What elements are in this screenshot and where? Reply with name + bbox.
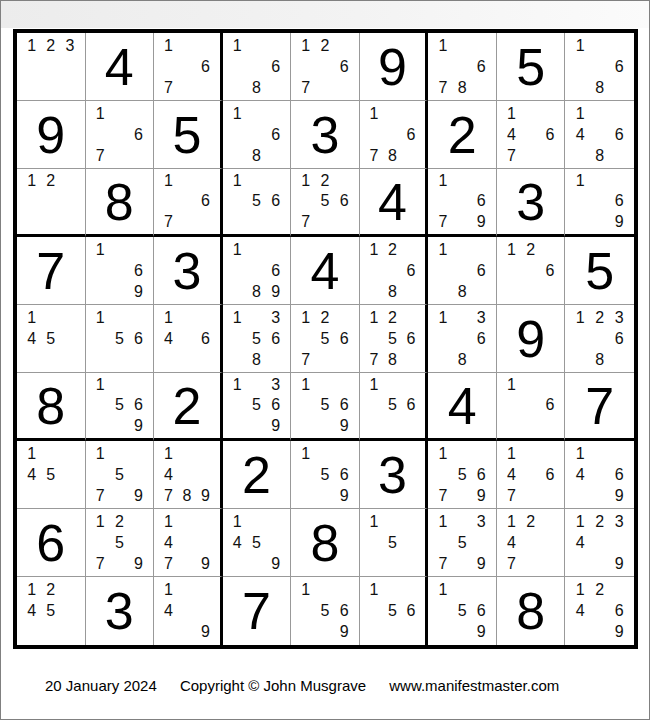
candidate-6: 6 — [540, 260, 559, 281]
cell-r8c6[interactable]: 15 — [360, 509, 429, 577]
candidate-empty — [383, 260, 402, 281]
candidate-empty — [402, 307, 421, 328]
candidate-empty — [110, 349, 129, 370]
cell-r5c3[interactable]: 146 — [154, 305, 223, 373]
candidate-5: 5 — [247, 191, 266, 211]
cell-r2c7[interactable]: 2 — [428, 101, 497, 169]
candidate-marks: 168 — [565, 33, 634, 100]
candidate-empty — [247, 375, 266, 395]
cell-r2c1[interactable]: 9 — [17, 101, 86, 169]
candidate-empty — [228, 349, 247, 370]
cell-r9c7[interactable]: 1569 — [428, 577, 497, 645]
cell-r8c8[interactable]: 1247 — [497, 509, 566, 577]
cell-r3c1[interactable]: 12 — [17, 169, 86, 237]
candidate-2: 2 — [41, 35, 60, 56]
cell-r1c1[interactable]: 123 — [17, 33, 86, 101]
cell-r1c3[interactable]: 167 — [154, 33, 223, 101]
cell-r2c3[interactable]: 5 — [154, 101, 223, 169]
candidate-2: 2 — [590, 511, 610, 532]
candidate-empty — [609, 579, 629, 600]
candidate-empty — [247, 171, 266, 191]
candidate-7: 7 — [433, 77, 452, 98]
candidate-empty — [60, 349, 79, 370]
candidate-empty — [590, 328, 610, 349]
candidate-empty — [110, 103, 129, 124]
candidate-empty — [41, 485, 60, 506]
candidate-5: 5 — [383, 395, 402, 415]
candidate-8: 8 — [383, 281, 402, 302]
cell-r8c3[interactable]: 1479 — [154, 509, 223, 577]
candidate-empty — [228, 553, 247, 574]
candidate-9: 9 — [472, 553, 491, 574]
candidate-1: 1 — [570, 579, 590, 600]
candidate-empty — [540, 511, 559, 532]
candidate-empty — [60, 600, 79, 621]
cell-r8c5[interactable]: 8 — [291, 509, 360, 577]
candidate-empty — [433, 622, 452, 643]
candidate-empty — [228, 260, 247, 281]
candidate-marks: 167 — [154, 169, 220, 234]
candidate-5: 5 — [110, 464, 129, 485]
cell-r1c5[interactable]: 1267 — [291, 33, 360, 101]
candidate-1: 1 — [433, 579, 452, 600]
candidate-empty — [110, 307, 129, 328]
candidate-empty — [178, 622, 197, 643]
candidate-9: 9 — [129, 553, 148, 574]
cell-r8c4[interactable]: 1459 — [223, 509, 292, 577]
candidate-empty — [335, 443, 354, 464]
candidate-empty — [159, 349, 178, 370]
cell-r2c6[interactable]: 1678 — [360, 101, 429, 169]
cell-r9c9[interactable]: 12469 — [565, 577, 634, 645]
candidate-7: 7 — [433, 485, 452, 506]
cell-value: 3 — [378, 449, 407, 501]
candidate-2: 2 — [590, 579, 610, 600]
candidate-empty — [247, 35, 266, 56]
candidate-6: 6 — [609, 56, 629, 77]
candidate-empty — [228, 328, 247, 349]
candidate-empty — [129, 443, 148, 464]
candidate-marks: 1579 — [86, 441, 154, 508]
candidate-6: 6 — [472, 56, 491, 77]
candidate-8: 8 — [178, 485, 197, 506]
cell-r3c5[interactable]: 12567 — [291, 169, 360, 237]
candidate-empty — [196, 579, 215, 600]
candidate-7: 7 — [296, 212, 315, 232]
candidate-empty — [433, 532, 452, 553]
candidate-7: 7 — [91, 553, 110, 574]
candidate-empty — [590, 553, 610, 574]
candidate-empty — [315, 212, 334, 232]
candidate-empty — [540, 239, 559, 260]
cell-value: 9 — [516, 313, 545, 365]
candidate-empty — [178, 532, 197, 553]
candidate-1: 1 — [570, 35, 590, 56]
cell-value: 9 — [36, 109, 65, 161]
candidate-6: 6 — [266, 328, 285, 349]
candidate-empty — [365, 600, 384, 621]
cell-r5c1[interactable]: 145 — [17, 305, 86, 373]
cell-r3c2[interactable]: 8 — [86, 169, 155, 237]
cell-r6c7[interactable]: 4 — [428, 373, 497, 441]
candidate-empty — [266, 239, 285, 260]
candidate-empty — [609, 103, 629, 124]
candidate-empty — [335, 171, 354, 191]
candidate-empty — [433, 464, 452, 485]
cell-r3c7[interactable]: 1679 — [428, 169, 497, 237]
candidate-1: 1 — [159, 35, 178, 56]
candidate-empty — [433, 328, 452, 349]
window-header-strip — [1, 1, 649, 28]
cell-value: 8 — [516, 585, 545, 637]
cell-r1c2[interactable]: 4 — [86, 33, 155, 101]
candidate-1: 1 — [433, 511, 452, 532]
cell-r7c4[interactable]: 2 — [223, 441, 292, 509]
candidate-empty — [196, 464, 215, 485]
candidate-marks: 123 — [17, 33, 85, 100]
candidate-marks: 13569 — [223, 373, 291, 438]
candidate-empty — [129, 464, 148, 485]
cell-r4c2[interactable]: 169 — [86, 237, 155, 305]
candidate-empty — [91, 260, 110, 281]
cell-r6c6[interactable]: 156 — [360, 373, 429, 441]
candidate-6: 6 — [266, 260, 285, 281]
cell-r4c3[interactable]: 3 — [154, 237, 223, 305]
cell-r4c7[interactable]: 168 — [428, 237, 497, 305]
candidate-6: 6 — [196, 328, 215, 349]
candidate-empty — [402, 553, 421, 574]
cell-r1c9[interactable]: 168 — [565, 33, 634, 101]
candidate-8: 8 — [590, 145, 610, 166]
cell-r7c1[interactable]: 145 — [17, 441, 86, 509]
candidate-6: 6 — [335, 464, 354, 485]
candidate-empty — [383, 579, 402, 600]
cell-value: 3 — [516, 176, 545, 228]
candidate-1: 1 — [228, 35, 247, 56]
candidate-marks: 15679 — [428, 441, 496, 508]
cell-r2c5[interactable]: 3 — [291, 101, 360, 169]
cell-r6c2[interactable]: 1569 — [86, 373, 155, 441]
candidate-empty — [129, 375, 148, 395]
cell-r6c4[interactable]: 13569 — [223, 373, 292, 441]
candidate-marks: 156 — [360, 577, 426, 645]
candidate-5: 5 — [453, 600, 472, 621]
candidate-marks: 156 — [223, 169, 291, 234]
cell-r7c3[interactable]: 14789 — [154, 441, 223, 509]
candidate-marks: 1467 — [497, 441, 565, 508]
cell-r8c7[interactable]: 13579 — [428, 509, 497, 577]
cell-r9c2[interactable]: 3 — [86, 577, 155, 645]
candidate-7: 7 — [159, 212, 178, 232]
candidate-empty — [91, 349, 110, 370]
candidate-empty — [383, 124, 402, 145]
candidate-empty — [178, 443, 197, 464]
candidate-empty — [521, 124, 540, 145]
candidate-empty — [590, 443, 610, 464]
candidate-empty — [540, 443, 559, 464]
cell-r7c5[interactable]: 1569 — [291, 441, 360, 509]
candidate-5: 5 — [41, 464, 60, 485]
cell-r3c4[interactable]: 156 — [223, 169, 292, 237]
candidate-empty — [247, 212, 266, 232]
candidate-marks: 1689 — [223, 237, 291, 304]
candidate-4: 4 — [22, 328, 41, 349]
candidate-empty — [196, 307, 215, 328]
candidate-9: 9 — [609, 212, 629, 232]
candidate-5: 5 — [247, 395, 266, 415]
candidate-1: 1 — [570, 443, 590, 464]
cell-r8c9[interactable]: 12349 — [565, 509, 634, 577]
candidate-7: 7 — [502, 145, 521, 166]
candidate-empty — [159, 622, 178, 643]
cell-r5c4[interactable]: 13568 — [223, 305, 292, 373]
candidate-empty — [453, 56, 472, 77]
candidate-empty — [110, 239, 129, 260]
cell-r9c1[interactable]: 1245 — [17, 577, 86, 645]
candidate-empty — [296, 328, 315, 349]
candidate-7: 7 — [502, 553, 521, 574]
cell-r9c8[interactable]: 8 — [497, 577, 566, 645]
candidate-6: 6 — [472, 191, 491, 211]
candidate-1: 1 — [502, 511, 521, 532]
cell-r4c8[interactable]: 126 — [497, 237, 566, 305]
cell-r8c2[interactable]: 12579 — [86, 509, 155, 577]
candidate-empty — [383, 622, 402, 643]
candidate-7: 7 — [365, 349, 384, 370]
candidate-2: 2 — [383, 239, 402, 260]
candidate-empty — [570, 485, 590, 506]
candidate-1: 1 — [433, 307, 452, 328]
candidate-empty — [247, 103, 266, 124]
candidate-empty — [315, 485, 334, 506]
candidate-1: 1 — [570, 307, 590, 328]
candidate-9: 9 — [472, 485, 491, 506]
candidate-empty — [335, 212, 354, 232]
candidate-empty — [453, 191, 472, 211]
candidate-empty — [178, 307, 197, 328]
candidate-empty — [228, 395, 247, 415]
candidate-3: 3 — [60, 35, 79, 56]
candidate-9: 9 — [335, 622, 354, 643]
candidate-empty — [402, 532, 421, 553]
candidate-marks: 126 — [497, 237, 565, 304]
candidate-5: 5 — [41, 600, 60, 621]
cell-r2c4[interactable]: 168 — [223, 101, 292, 169]
candidate-7: 7 — [296, 349, 315, 370]
candidate-5: 5 — [453, 532, 472, 553]
cell-r5c5[interactable]: 12567 — [291, 305, 360, 373]
cell-r2c9[interactable]: 1468 — [565, 101, 634, 169]
candidate-empty — [296, 600, 315, 621]
candidate-empty — [472, 532, 491, 553]
candidate-1: 1 — [296, 307, 315, 328]
candidate-marks: 156 — [86, 305, 154, 372]
candidate-empty — [60, 191, 79, 211]
candidate-9: 9 — [129, 485, 148, 506]
candidate-empty — [365, 553, 384, 574]
candidate-empty — [472, 443, 491, 464]
cell-r7c7[interactable]: 15679 — [428, 441, 497, 509]
candidate-7: 7 — [365, 145, 384, 166]
candidate-marks: 145 — [17, 441, 85, 508]
candidate-8: 8 — [247, 145, 266, 166]
candidate-empty — [60, 212, 79, 232]
cell-r6c9[interactable]: 7 — [565, 373, 634, 441]
candidate-empty — [433, 260, 452, 281]
candidate-marks: 12567 — [291, 169, 359, 234]
cell-r4c4[interactable]: 1689 — [223, 237, 292, 305]
cell-value: 6 — [36, 517, 65, 569]
cell-value: 8 — [311, 517, 340, 569]
candidate-empty — [110, 260, 129, 281]
cell-r4c5[interactable]: 4 — [291, 237, 360, 305]
candidate-empty — [159, 191, 178, 211]
candidate-marks: 13568 — [223, 305, 291, 372]
candidate-1: 1 — [91, 307, 110, 328]
candidate-6: 6 — [402, 395, 421, 415]
candidate-4: 4 — [228, 532, 247, 553]
candidate-empty — [521, 416, 540, 436]
candidate-marks: 12579 — [86, 509, 154, 576]
candidate-9: 9 — [266, 281, 285, 302]
cell-r9c5[interactable]: 1569 — [291, 577, 360, 645]
candidate-9: 9 — [609, 553, 629, 574]
candidate-marks: 149 — [154, 577, 220, 645]
cell-r6c3[interactable]: 2 — [154, 373, 223, 441]
candidate-9: 9 — [196, 485, 215, 506]
candidate-empty — [335, 375, 354, 395]
cell-r7c2[interactable]: 1579 — [86, 441, 155, 509]
cell-r1c7[interactable]: 1678 — [428, 33, 497, 101]
candidate-1: 1 — [159, 307, 178, 328]
candidate-5: 5 — [41, 328, 60, 349]
cell-r7c8[interactable]: 1467 — [497, 441, 566, 509]
candidate-empty — [228, 77, 247, 98]
candidate-8: 8 — [453, 77, 472, 98]
candidate-5: 5 — [315, 464, 334, 485]
candidate-empty — [521, 281, 540, 302]
cell-r7c9[interactable]: 1469 — [565, 441, 634, 509]
candidate-empty — [570, 622, 590, 643]
candidate-4: 4 — [159, 464, 178, 485]
candidate-1: 1 — [228, 239, 247, 260]
cell-r3c9[interactable]: 169 — [565, 169, 634, 237]
candidate-empty — [110, 375, 129, 395]
cell-r5c7[interactable]: 1368 — [428, 305, 497, 373]
candidate-empty — [41, 191, 60, 211]
candidate-1: 1 — [228, 375, 247, 395]
candidate-5: 5 — [315, 328, 334, 349]
candidate-5: 5 — [383, 328, 402, 349]
cell-r6c1[interactable]: 8 — [17, 373, 86, 441]
candidate-empty — [540, 416, 559, 436]
candidate-1: 1 — [570, 511, 590, 532]
candidate-empty — [453, 260, 472, 281]
candidate-empty — [266, 532, 285, 553]
candidate-9: 9 — [472, 622, 491, 643]
cell-r5c6[interactable]: 125678 — [360, 305, 429, 373]
candidate-1: 1 — [22, 443, 41, 464]
cell-r8c1[interactable]: 6 — [17, 509, 86, 577]
candidate-6: 6 — [540, 464, 559, 485]
cell-r2c8[interactable]: 1467 — [497, 101, 566, 169]
candidate-empty — [590, 191, 610, 211]
candidate-9: 9 — [129, 281, 148, 302]
candidate-empty — [315, 349, 334, 370]
cell-value: 7 — [585, 380, 614, 432]
candidate-empty — [296, 191, 315, 211]
candidate-6: 6 — [609, 124, 629, 145]
candidate-4: 4 — [159, 600, 178, 621]
cell-r1c4[interactable]: 168 — [223, 33, 292, 101]
candidate-empty — [365, 328, 384, 349]
cell-value: 4 — [378, 176, 407, 228]
cell-r6c5[interactable]: 1569 — [291, 373, 360, 441]
cell-r2c2[interactable]: 167 — [86, 101, 155, 169]
cell-r4c9[interactable]: 5 — [565, 237, 634, 305]
candidate-empty — [266, 77, 285, 98]
cell-r4c1[interactable]: 7 — [17, 237, 86, 305]
candidate-1: 1 — [22, 307, 41, 328]
cell-r1c8[interactable]: 5 — [497, 33, 566, 101]
cell-r9c3[interactable]: 149 — [154, 577, 223, 645]
candidate-empty — [315, 56, 334, 77]
candidate-empty — [129, 511, 148, 532]
candidate-6: 6 — [609, 464, 629, 485]
candidate-marks: 12567 — [291, 305, 359, 372]
candidate-empty — [383, 103, 402, 124]
candidate-9: 9 — [335, 416, 354, 436]
cell-r5c2[interactable]: 156 — [86, 305, 155, 373]
candidate-empty — [609, 145, 629, 166]
cell-r5c9[interactable]: 12368 — [565, 305, 634, 373]
candidate-6: 6 — [335, 600, 354, 621]
cell-r6c8[interactable]: 16 — [497, 373, 566, 441]
candidate-empty — [247, 124, 266, 145]
candidate-empty — [570, 212, 590, 232]
candidate-empty — [402, 416, 421, 436]
candidate-9: 9 — [609, 485, 629, 506]
cell-r3c8[interactable]: 3 — [497, 169, 566, 237]
candidate-marks: 168 — [428, 237, 496, 304]
candidate-7: 7 — [91, 145, 110, 166]
cell-value: 3 — [105, 585, 134, 637]
candidate-8: 8 — [247, 349, 266, 370]
candidate-empty — [41, 622, 60, 643]
candidate-empty — [22, 622, 41, 643]
cell-r3c3[interactable]: 167 — [154, 169, 223, 237]
cell-r9c6[interactable]: 156 — [360, 577, 429, 645]
candidate-empty — [91, 124, 110, 145]
cell-r1c6[interactable]: 9 — [360, 33, 429, 101]
cell-r3c6[interactable]: 4 — [360, 169, 429, 237]
cell-value: 4 — [448, 380, 477, 432]
cell-r9c4[interactable]: 7 — [223, 577, 292, 645]
candidate-empty — [433, 56, 452, 77]
candidate-empty — [521, 464, 540, 485]
candidate-empty — [472, 35, 491, 56]
candidate-empty — [296, 485, 315, 506]
cell-r4c6[interactable]: 1268 — [360, 237, 429, 305]
cell-r7c6[interactable]: 3 — [360, 441, 429, 509]
candidate-1: 1 — [433, 35, 452, 56]
cell-r5c8[interactable]: 9 — [497, 305, 566, 373]
candidate-empty — [453, 171, 472, 191]
cell-value: 5 — [516, 41, 545, 93]
candidate-empty — [402, 145, 421, 166]
candidate-6: 6 — [609, 328, 629, 349]
candidate-empty — [22, 77, 41, 98]
